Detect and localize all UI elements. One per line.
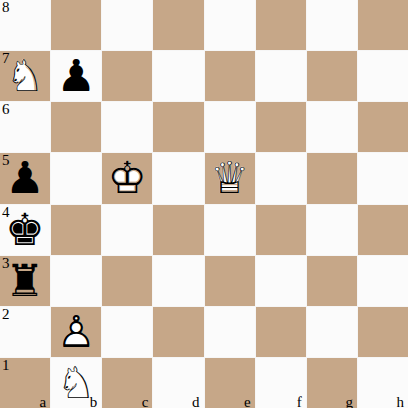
square-b6[interactable] [51, 102, 101, 152]
piece-white-knight[interactable]: ♞♘ [51, 358, 101, 408]
square-g1[interactable]: g [307, 358, 357, 408]
square-e7[interactable] [205, 51, 255, 101]
square-g3[interactable] [307, 256, 357, 306]
square-d4[interactable] [153, 205, 203, 255]
file-label-c: c [142, 394, 149, 408]
square-h8[interactable] [358, 0, 408, 50]
square-c4[interactable] [102, 205, 152, 255]
square-a4[interactable]: 4♚ [0, 205, 50, 255]
square-c3[interactable] [102, 256, 152, 306]
rank-label-8: 8 [2, 0, 10, 16]
square-b3[interactable] [51, 256, 101, 306]
square-b2[interactable]: ♟♙ [51, 307, 101, 357]
square-c1[interactable]: c [102, 358, 152, 408]
square-e5[interactable]: ♛♕ [205, 153, 255, 203]
black-king-glyph: ♚ [5, 208, 44, 252]
file-label-e: e [244, 394, 251, 408]
square-e1[interactable]: e [205, 358, 255, 408]
square-g5[interactable] [307, 153, 357, 203]
file-label-f: f [297, 394, 302, 408]
square-h5[interactable] [358, 153, 408, 203]
square-c8[interactable] [102, 0, 152, 50]
square-h4[interactable] [358, 205, 408, 255]
square-a3[interactable]: 3♜ [0, 256, 50, 306]
square-g8[interactable] [307, 0, 357, 50]
chess-board: 87♞♘♟65♟♚♔♛♕4♚3♜2♟♙1ab♞♘cdefgh [0, 0, 408, 408]
square-b8[interactable] [51, 0, 101, 50]
piece-black-pawn[interactable]: ♟ [0, 153, 50, 203]
rank-label-6: 6 [2, 101, 10, 118]
square-f8[interactable] [256, 0, 306, 50]
square-h6[interactable] [358, 102, 408, 152]
square-f5[interactable] [256, 153, 306, 203]
piece-black-rook[interactable]: ♜ [0, 256, 50, 306]
chess-board-grid: 87♞♘♟65♟♚♔♛♕4♚3♜2♟♙1ab♞♘cdefgh [0, 0, 408, 408]
square-b5[interactable] [51, 153, 101, 203]
white-knight-glyph: ♘ [5, 54, 44, 98]
square-a5[interactable]: 5♟ [0, 153, 50, 203]
square-f1[interactable]: f [256, 358, 306, 408]
square-f6[interactable] [256, 102, 306, 152]
square-a6[interactable]: 6 [0, 102, 50, 152]
square-b7[interactable]: ♟ [51, 51, 101, 101]
white-knight-glyph: ♘ [56, 361, 95, 405]
piece-black-pawn[interactable]: ♟ [51, 51, 101, 101]
square-e3[interactable] [205, 256, 255, 306]
square-f2[interactable] [256, 307, 306, 357]
file-label-h: h [397, 394, 405, 408]
square-h1[interactable]: h [358, 358, 408, 408]
square-h3[interactable] [358, 256, 408, 306]
square-d5[interactable] [153, 153, 203, 203]
square-d6[interactable] [153, 102, 203, 152]
square-a7[interactable]: 7♞♘ [0, 51, 50, 101]
rank-label-2: 2 [2, 306, 10, 323]
square-c2[interactable] [102, 307, 152, 357]
square-e6[interactable] [205, 102, 255, 152]
square-c7[interactable] [102, 51, 152, 101]
square-g4[interactable] [307, 205, 357, 255]
square-d3[interactable] [153, 256, 203, 306]
piece-white-queen[interactable]: ♛♕ [205, 153, 255, 203]
piece-black-king[interactable]: ♚ [0, 205, 50, 255]
piece-white-knight[interactable]: ♞♘ [0, 51, 50, 101]
square-b4[interactable] [51, 205, 101, 255]
square-f4[interactable] [256, 205, 306, 255]
square-g7[interactable] [307, 51, 357, 101]
white-king-glyph: ♔ [108, 156, 147, 200]
square-h2[interactable] [358, 307, 408, 357]
piece-white-pawn[interactable]: ♟♙ [51, 307, 101, 357]
white-pawn-glyph: ♙ [56, 310, 95, 354]
square-f3[interactable] [256, 256, 306, 306]
square-h7[interactable] [358, 51, 408, 101]
square-d1[interactable]: d [153, 358, 203, 408]
file-label-g: g [345, 394, 353, 408]
piece-white-king[interactable]: ♚♔ [102, 153, 152, 203]
white-queen-glyph: ♕ [210, 156, 249, 200]
square-g6[interactable] [307, 102, 357, 152]
square-a1[interactable]: 1a [0, 358, 50, 408]
square-b1[interactable]: b♞♘ [51, 358, 101, 408]
square-a8[interactable]: 8 [0, 0, 50, 50]
square-c6[interactable] [102, 102, 152, 152]
black-pawn-glyph: ♟ [5, 156, 44, 200]
square-e4[interactable] [205, 205, 255, 255]
black-pawn-glyph: ♟ [56, 54, 95, 98]
square-f7[interactable] [256, 51, 306, 101]
square-e8[interactable] [205, 0, 255, 50]
file-label-a: a [39, 394, 46, 408]
square-a2[interactable]: 2 [0, 307, 50, 357]
square-d7[interactable] [153, 51, 203, 101]
square-g2[interactable] [307, 307, 357, 357]
rank-label-1: 1 [2, 357, 10, 374]
square-d2[interactable] [153, 307, 203, 357]
file-label-d: d [192, 394, 200, 408]
square-c5[interactable]: ♚♔ [102, 153, 152, 203]
square-e2[interactable] [205, 307, 255, 357]
square-d8[interactable] [153, 0, 203, 50]
black-rook-glyph: ♜ [5, 259, 44, 303]
